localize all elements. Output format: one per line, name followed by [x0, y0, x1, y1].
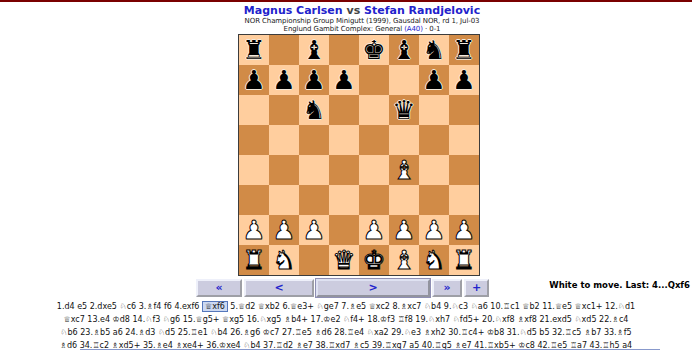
piece-black-pawn-h7: ♟ — [452, 65, 475, 95]
square-f6: ♛ — [389, 95, 419, 125]
piece-black-pawn-g7: ♟ — [422, 65, 445, 95]
square-f7 — [389, 65, 419, 95]
square-h4 — [449, 155, 479, 185]
piece-black-rook-h8: ♜ — [452, 35, 475, 65]
current-move-highlight: ♕xf6 — [202, 301, 228, 312]
game-result: 0-1 — [429, 25, 440, 33]
piece-white-pawn-c2: ♟ — [302, 215, 325, 245]
piece-white-rook-a1: ♜ — [242, 245, 265, 275]
square-e6 — [359, 95, 389, 125]
piece-white-pawn-h2: ♟ — [452, 215, 475, 245]
square-g6 — [419, 95, 449, 125]
square-e8: ♚ — [359, 35, 389, 65]
status-text: White to move. Last: 4...Qxf6 — [549, 280, 690, 290]
square-d4 — [329, 155, 359, 185]
piece-white-pawn-g2: ♟ — [422, 215, 445, 245]
square-e1: ♚ — [359, 245, 389, 275]
square-d6 — [329, 95, 359, 125]
square-g7: ♟ — [419, 65, 449, 95]
square-e4 — [359, 155, 389, 185]
piece-black-knight-g8: ♞ — [422, 35, 445, 65]
next-move-button[interactable]: > — [316, 279, 430, 297]
square-h8: ♜ — [449, 35, 479, 65]
square-b6 — [269, 95, 299, 125]
square-a8: ♜ — [239, 35, 269, 65]
opening-name: Englund Gambit Complex: General — [284, 25, 402, 33]
square-b8 — [269, 35, 299, 65]
square-g5 — [419, 125, 449, 155]
piece-white-pawn-e2: ♟ — [362, 215, 385, 245]
square-a5 — [239, 125, 269, 155]
square-h3 — [449, 185, 479, 215]
piece-black-pawn-c7: ♟ — [302, 65, 325, 95]
plus-button[interactable]: + — [464, 279, 489, 297]
square-a7: ♟ — [239, 65, 269, 95]
square-g3 — [419, 185, 449, 215]
piece-white-pawn-a2: ♟ — [242, 215, 265, 245]
event-line: NOR Championship Group Minigutt (1999), … — [16, 17, 692, 25]
square-d8 — [329, 35, 359, 65]
piece-black-bishop-f8: ♝ — [392, 35, 415, 65]
bottom-divider — [80, 349, 660, 350]
square-h2: ♟ — [449, 215, 479, 245]
piece-black-knight-c6: ♞ — [302, 95, 325, 125]
square-g8: ♞ — [419, 35, 449, 65]
square-f1: ♝ — [389, 245, 419, 275]
square-e7 — [359, 65, 389, 95]
square-c2: ♟ — [299, 215, 329, 245]
vs-label: vs — [346, 4, 360, 17]
first-move-button[interactable]: « — [196, 279, 242, 297]
square-d1: ♛ — [329, 245, 359, 275]
result-separator: · — [425, 25, 427, 33]
piece-black-pawn-b7: ♟ — [272, 65, 295, 95]
square-d3 — [329, 185, 359, 215]
viewer-controls: « < > » + — [196, 279, 489, 297]
square-d2 — [329, 215, 359, 245]
square-d5 — [329, 125, 359, 155]
square-f8: ♝ — [389, 35, 419, 65]
chess-board: ♜♝♚♝♞♜♟♟♟♟♟♟♞♛♝♟♟♟♟♟♟♟♜♞♛♚♝♞♜ — [238, 34, 480, 276]
square-d7: ♟ — [329, 65, 359, 95]
move-list-line-2: ♕xc7 13.e4 ♔d8 14.♘f3 ♘g6 15.♕g5+ ♕xg5 1… — [0, 313, 692, 326]
square-b3 — [269, 185, 299, 215]
piece-black-rook-a8: ♜ — [242, 35, 265, 65]
piece-black-bishop-c8: ♝ — [302, 35, 325, 65]
square-f4: ♝ — [389, 155, 419, 185]
square-e2: ♟ — [359, 215, 389, 245]
piece-white-bishop-f1: ♝ — [392, 245, 415, 275]
square-h5 — [449, 125, 479, 155]
square-f2: ♟ — [389, 215, 419, 245]
piece-white-pawn-b2: ♟ — [272, 215, 295, 245]
piece-white-pawn-f2: ♟ — [392, 215, 415, 245]
square-c1 — [299, 245, 329, 275]
move-list: 1.d4 e5 2.dxe5 ♘c6 3.♗f4 f6 4.exf6 ♕xf6 … — [0, 300, 692, 351]
game-title: Magnus Carlsen vs Stefan Randjelovic — [16, 4, 692, 17]
square-c6: ♞ — [299, 95, 329, 125]
square-c5 — [299, 125, 329, 155]
square-a1: ♜ — [239, 245, 269, 275]
square-e5 — [359, 125, 389, 155]
square-b4 — [269, 155, 299, 185]
square-f5 — [389, 125, 419, 155]
square-h7: ♟ — [449, 65, 479, 95]
piece-white-knight-b1: ♞ — [272, 245, 295, 275]
last-move-button[interactable]: » — [432, 279, 462, 297]
square-b5 — [269, 125, 299, 155]
square-a6 — [239, 95, 269, 125]
square-c4 — [299, 155, 329, 185]
piece-white-knight-g1: ♞ — [422, 245, 445, 275]
piece-black-pawn-d7: ♟ — [332, 65, 355, 95]
move-list-line-3: ♘b6 23.♗b5 a6 24.♗d3 ♘d5 25.♖e1 ♘b4 26.♗… — [0, 326, 692, 339]
top-divider — [0, 0, 692, 2]
square-g4 — [419, 155, 449, 185]
piece-black-king-e8: ♚ — [362, 35, 385, 65]
square-e3 — [359, 185, 389, 215]
square-a2: ♟ — [239, 215, 269, 245]
eco-code-link[interactable]: (A40) — [404, 25, 423, 33]
square-b7: ♟ — [269, 65, 299, 95]
white-player-link[interactable]: Magnus Carlsen — [244, 4, 343, 17]
square-f3 — [389, 185, 419, 215]
square-a4 — [239, 155, 269, 185]
square-h6 — [449, 95, 479, 125]
piece-white-queen-d1: ♛ — [332, 245, 355, 275]
square-c8: ♝ — [299, 35, 329, 65]
prev-move-button[interactable]: < — [244, 279, 314, 297]
piece-black-queen-f6: ♛ — [392, 95, 415, 125]
opening-line: Englund Gambit Complex: General (A40) · … — [16, 25, 692, 33]
square-c7: ♟ — [299, 65, 329, 95]
square-b2: ♟ — [269, 215, 299, 245]
piece-white-bishop-f4: ♝ — [392, 155, 415, 185]
square-g2: ♟ — [419, 215, 449, 245]
piece-black-pawn-a7: ♟ — [242, 65, 265, 95]
piece-white-king-e1: ♚ — [362, 245, 385, 275]
square-a3 — [239, 185, 269, 215]
piece-white-rook-h1: ♜ — [452, 245, 475, 275]
move-list-line-1: 1.d4 e5 2.dxe5 ♘c6 3.♗f4 f6 4.exf6 ♕xf6 … — [0, 300, 692, 313]
square-c3 — [299, 185, 329, 215]
square-b1: ♞ — [269, 245, 299, 275]
square-g1: ♞ — [419, 245, 449, 275]
black-player-link[interactable]: Stefan Randjelovic — [364, 4, 480, 17]
square-h1: ♜ — [449, 245, 479, 275]
